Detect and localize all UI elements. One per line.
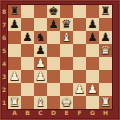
white-pawn: ♟ [34, 70, 47, 83]
square-d6[interactable] [47, 31, 60, 44]
square-h8[interactable]: ♜ [99, 5, 112, 18]
square-f4[interactable] [73, 57, 86, 70]
file-label-h: H [99, 108, 112, 118]
square-d4[interactable] [47, 57, 60, 70]
rank-label-6: 6 [0, 31, 8, 44]
file-label-g: G [86, 108, 99, 118]
black-pawn: ♟ [21, 31, 34, 44]
square-h4[interactable] [99, 57, 112, 70]
file-labels: ABCDEFGH [8, 108, 112, 118]
square-d3[interactable] [47, 70, 60, 83]
square-b4[interactable] [21, 57, 34, 70]
rank-label-8: 8 [0, 5, 8, 18]
square-e3[interactable] [60, 70, 73, 83]
square-c8[interactable] [34, 5, 47, 18]
square-e4[interactable] [60, 57, 73, 70]
rank-labels: 87654321 [0, 5, 8, 109]
square-b6[interactable]: ♟ [21, 31, 34, 44]
square-a7[interactable]: ♟ [8, 18, 21, 31]
rank-label-7: 7 [0, 18, 8, 31]
square-f2[interactable]: ♟ [73, 83, 86, 96]
square-d5[interactable] [47, 44, 60, 57]
square-a6[interactable] [8, 31, 21, 44]
square-e5[interactable] [60, 44, 73, 57]
chess-diagram-frame: ♜♚♜♟♟♛♟♟♞♝♟♟♟♛♟♟♟♟♟♜♝♚♜ 87654321 ABCDEFG… [0, 0, 120, 120]
square-f5[interactable] [73, 44, 86, 57]
file-label-f: F [73, 108, 86, 118]
rank-label-2: 2 [0, 83, 8, 96]
square-d2[interactable] [47, 83, 60, 96]
square-f8[interactable] [73, 5, 86, 18]
rank-label-5: 5 [0, 44, 8, 57]
square-d7[interactable]: ♟ [47, 18, 60, 31]
square-e6[interactable]: ♝ [60, 31, 73, 44]
square-b2[interactable] [21, 83, 34, 96]
square-f6[interactable] [73, 31, 86, 44]
file-label-e: E [60, 108, 73, 118]
black-pawn: ♟ [47, 18, 60, 31]
black-pawn: ♟ [86, 31, 99, 44]
square-h5[interactable]: ♛ [99, 44, 112, 57]
black-rook: ♜ [99, 5, 112, 18]
white-queen: ♛ [99, 44, 112, 57]
white-pawn: ♟ [8, 70, 21, 83]
rank-label-1: 1 [0, 96, 8, 109]
white-pawn: ♟ [86, 83, 99, 96]
file-label-c: C [34, 108, 47, 118]
white-bishop: ♝ [60, 31, 73, 44]
square-b5[interactable] [21, 44, 34, 57]
white-pawn: ♟ [73, 83, 86, 96]
square-g5[interactable] [86, 44, 99, 57]
file-label-a: A [8, 108, 21, 118]
file-label-b: B [21, 108, 34, 118]
chess-board: ♜♚♜♟♟♛♟♟♞♝♟♟♟♛♟♟♟♟♟♜♝♚♜ [8, 5, 112, 109]
square-g6[interactable]: ♟ [86, 31, 99, 44]
square-g2[interactable]: ♟ [86, 83, 99, 96]
square-b8[interactable] [21, 5, 34, 18]
file-label-d: D [47, 108, 60, 118]
rank-label-3: 3 [0, 70, 8, 83]
square-c3[interactable]: ♟ [34, 70, 47, 83]
rank-label-4: 4 [0, 57, 8, 70]
square-f7[interactable] [73, 18, 86, 31]
black-pawn: ♟ [8, 18, 21, 31]
square-a5[interactable] [8, 44, 21, 57]
square-a3[interactable]: ♟ [8, 70, 21, 83]
square-g4[interactable] [86, 57, 99, 70]
square-h3[interactable] [99, 70, 112, 83]
square-b3[interactable] [21, 70, 34, 83]
